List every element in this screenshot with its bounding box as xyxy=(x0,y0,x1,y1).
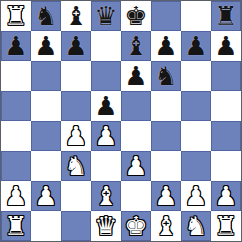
piece-white-pawn: ♟ xyxy=(64,121,87,151)
square-h8[interactable]: ♜ xyxy=(211,1,241,31)
piece-black-pawn: ♟ xyxy=(184,31,207,61)
square-f6[interactable]: ♞ xyxy=(151,61,181,91)
piece-white-pawn: ♟ xyxy=(94,121,117,151)
square-h7[interactable]: ♟ xyxy=(211,31,241,61)
square-g2[interactable]: ♟ xyxy=(181,181,211,211)
square-h2[interactable]: ♟ xyxy=(211,181,241,211)
square-f4[interactable] xyxy=(151,121,181,151)
piece-black-pawn: ♟ xyxy=(124,61,147,91)
piece-black-pawn: ♟ xyxy=(154,31,177,61)
piece-white-pawn: ♟ xyxy=(34,181,57,211)
piece-white-pawn: ♟ xyxy=(4,181,27,211)
square-h3[interactable] xyxy=(211,151,241,181)
square-c1[interactable] xyxy=(61,211,91,241)
piece-white-bishop: ♝ xyxy=(94,181,117,211)
square-h1[interactable]: ♜ xyxy=(211,211,241,241)
square-g7[interactable]: ♟ xyxy=(181,31,211,61)
square-b1[interactable] xyxy=(31,211,61,241)
square-a2[interactable]: ♟ xyxy=(1,181,31,211)
square-f3[interactable] xyxy=(151,151,181,181)
square-e6[interactable]: ♟ xyxy=(121,61,151,91)
square-b6[interactable] xyxy=(31,61,61,91)
chessboard-screenshot: ♜♞♝♛♚♜♟♟♟♝♟♟♟♟♞♟♟♟♞♟♟♟♝♟♟♟♜♛♚♝♞♜ xyxy=(0,0,242,242)
piece-black-pawn: ♟ xyxy=(4,31,27,61)
square-e4[interactable] xyxy=(121,121,151,151)
chess-board: ♜♞♝♛♚♜♟♟♟♝♟♟♟♟♞♟♟♟♞♟♟♟♝♟♟♟♜♛♚♝♞♜ xyxy=(0,0,242,242)
piece-white-rook: ♜ xyxy=(4,1,27,31)
square-d7[interactable] xyxy=(91,31,121,61)
square-d2[interactable]: ♝ xyxy=(91,181,121,211)
square-g1[interactable]: ♞ xyxy=(181,211,211,241)
square-f7[interactable]: ♟ xyxy=(151,31,181,61)
piece-white-knight: ♞ xyxy=(64,151,87,181)
square-a3[interactable] xyxy=(1,151,31,181)
square-c4[interactable]: ♟ xyxy=(61,121,91,151)
square-f8[interactable] xyxy=(151,1,181,31)
square-d6[interactable] xyxy=(91,61,121,91)
square-a4[interactable] xyxy=(1,121,31,151)
square-d1[interactable]: ♛ xyxy=(91,211,121,241)
piece-white-pawn: ♟ xyxy=(214,181,237,211)
piece-black-pawn: ♟ xyxy=(34,31,57,61)
square-g4[interactable] xyxy=(181,121,211,151)
piece-black-rook: ♜ xyxy=(214,1,237,31)
square-f1[interactable]: ♝ xyxy=(151,211,181,241)
piece-white-bishop: ♝ xyxy=(154,211,177,241)
square-e7[interactable]: ♝ xyxy=(121,31,151,61)
piece-black-king: ♚ xyxy=(124,1,147,31)
square-b7[interactable]: ♟ xyxy=(31,31,61,61)
square-e2[interactable] xyxy=(121,181,151,211)
piece-white-rook: ♜ xyxy=(214,211,237,241)
square-e5[interactable] xyxy=(121,91,151,121)
piece-white-pawn: ♟ xyxy=(154,181,177,211)
square-b4[interactable] xyxy=(31,121,61,151)
piece-black-bishop: ♝ xyxy=(64,1,87,31)
square-d3[interactable] xyxy=(91,151,121,181)
piece-white-queen: ♛ xyxy=(94,211,117,241)
piece-white-king: ♚ xyxy=(124,211,147,241)
square-d8[interactable]: ♛ xyxy=(91,1,121,31)
square-e1[interactable]: ♚ xyxy=(121,211,151,241)
square-a6[interactable] xyxy=(1,61,31,91)
square-a8[interactable]: ♜ xyxy=(1,1,31,31)
square-d5[interactable]: ♟ xyxy=(91,91,121,121)
piece-black-knight: ♞ xyxy=(154,61,177,91)
piece-black-bishop: ♝ xyxy=(124,31,147,61)
square-c5[interactable] xyxy=(61,91,91,121)
square-c8[interactable]: ♝ xyxy=(61,1,91,31)
square-c2[interactable] xyxy=(61,181,91,211)
square-b2[interactable]: ♟ xyxy=(31,181,61,211)
square-c3[interactable]: ♞ xyxy=(61,151,91,181)
square-a7[interactable]: ♟ xyxy=(1,31,31,61)
square-e8[interactable]: ♚ xyxy=(121,1,151,31)
piece-white-rook: ♜ xyxy=(4,211,27,241)
piece-black-queen: ♛ xyxy=(94,1,117,31)
piece-black-knight: ♞ xyxy=(34,1,57,31)
square-h6[interactable] xyxy=(211,61,241,91)
piece-white-pawn: ♟ xyxy=(184,181,207,211)
square-g3[interactable] xyxy=(181,151,211,181)
piece-white-knight: ♞ xyxy=(184,211,207,241)
square-f5[interactable] xyxy=(151,91,181,121)
square-c6[interactable] xyxy=(61,61,91,91)
piece-white-pawn: ♟ xyxy=(124,151,147,181)
square-b3[interactable] xyxy=(31,151,61,181)
piece-black-pawn: ♟ xyxy=(64,31,87,61)
square-f2[interactable]: ♟ xyxy=(151,181,181,211)
square-b8[interactable]: ♞ xyxy=(31,1,61,31)
square-c7[interactable]: ♟ xyxy=(61,31,91,61)
square-b5[interactable] xyxy=(31,91,61,121)
square-a1[interactable]: ♜ xyxy=(1,211,31,241)
square-h5[interactable] xyxy=(211,91,241,121)
square-g8[interactable] xyxy=(181,1,211,31)
square-g6[interactable] xyxy=(181,61,211,91)
piece-black-pawn: ♟ xyxy=(214,31,237,61)
square-d4[interactable]: ♟ xyxy=(91,121,121,151)
square-a5[interactable] xyxy=(1,91,31,121)
piece-black-pawn: ♟ xyxy=(94,91,117,121)
square-e3[interactable]: ♟ xyxy=(121,151,151,181)
square-g5[interactable] xyxy=(181,91,211,121)
square-h4[interactable] xyxy=(211,121,241,151)
